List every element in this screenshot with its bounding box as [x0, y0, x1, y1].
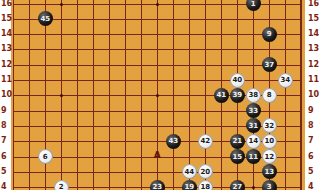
row-label-right-11: 11 [308, 75, 319, 85]
row-label-right-5: 5 [308, 167, 314, 177]
stone-black-37: 37 [262, 57, 277, 72]
stone-black-33: 33 [246, 103, 261, 118]
stone-black-45: 45 [38, 11, 53, 26]
go-board: 1236891011121314151819202123273132333437… [11, 0, 305, 190]
stone-white-10: 10 [262, 134, 277, 149]
stone-white-6: 6 [38, 149, 53, 164]
stone-white-44: 44 [182, 164, 197, 179]
row-label-left-13: 13 [1, 44, 12, 54]
row-label-right-9: 9 [308, 106, 314, 116]
stone-black-39: 39 [230, 88, 245, 103]
row-label-right-16: 16 [308, 0, 319, 9]
star-point [156, 94, 159, 97]
stone-white-38: 38 [246, 88, 261, 103]
stone-white-14: 14 [246, 134, 261, 149]
stone-black-15: 15 [230, 149, 245, 164]
stone-white-42: 42 [198, 134, 213, 149]
stone-black-11: 11 [246, 149, 261, 164]
go-diagram: 1236891011121314151819202123273132333437… [0, 0, 320, 190]
row-label-right-8: 8 [308, 121, 314, 131]
grid-horizontal-line [13, 172, 302, 173]
row-label-right-6: 6 [308, 152, 314, 162]
star-point [156, 3, 159, 6]
star-point [60, 3, 63, 6]
stone-white-20: 20 [198, 164, 213, 179]
star-point [60, 94, 63, 97]
row-label-left-10: 10 [1, 90, 12, 100]
row-label-left-11: 11 [1, 75, 12, 85]
row-label-right-10: 10 [308, 90, 319, 100]
stone-black-43: 43 [166, 134, 181, 149]
grid-horizontal-line [13, 65, 302, 66]
row-label-left-9: 9 [1, 106, 7, 116]
row-label-right-4: 4 [308, 182, 314, 190]
stone-black-23: 23 [150, 180, 165, 190]
row-label-left-8: 8 [1, 121, 7, 131]
row-label-left-6: 6 [1, 152, 7, 162]
row-label-right-15: 15 [308, 14, 319, 24]
stone-black-3: 3 [262, 180, 277, 190]
stone-black-1: 1 [246, 0, 261, 11]
row-label-left-16: 16 [1, 0, 12, 9]
point-marker-A: A [154, 150, 161, 160]
star-point [252, 186, 255, 189]
stone-white-40: 40 [230, 73, 245, 88]
stone-white-34: 34 [278, 73, 293, 88]
grid-horizontal-line [13, 19, 302, 20]
stone-black-31: 31 [246, 118, 261, 133]
stone-white-12: 12 [262, 149, 277, 164]
stone-white-8: 8 [262, 88, 277, 103]
grid-horizontal-line [13, 34, 302, 35]
stone-black-21: 21 [230, 134, 245, 149]
stone-white-32: 32 [262, 118, 277, 133]
stone-black-19: 19 [182, 180, 197, 190]
row-label-left-5: 5 [1, 167, 7, 177]
stone-white-2: 2 [54, 180, 69, 190]
row-label-right-12: 12 [308, 60, 319, 70]
grid-horizontal-line [13, 80, 302, 81]
stone-black-13: 13 [262, 164, 277, 179]
row-label-left-12: 12 [1, 60, 12, 70]
row-label-right-14: 14 [308, 29, 319, 39]
stone-black-41: 41 [214, 88, 229, 103]
row-label-left-15: 15 [1, 14, 12, 24]
stone-black-27: 27 [230, 180, 245, 190]
row-label-left-4: 4 [1, 182, 7, 190]
row-label-right-13: 13 [308, 44, 319, 54]
row-label-left-14: 14 [1, 29, 12, 39]
stone-black-9: 9 [262, 27, 277, 42]
row-label-right-7: 7 [308, 136, 314, 146]
row-label-left-7: 7 [1, 136, 7, 146]
grid-horizontal-line [13, 49, 302, 50]
stone-white-18: 18 [198, 180, 213, 190]
